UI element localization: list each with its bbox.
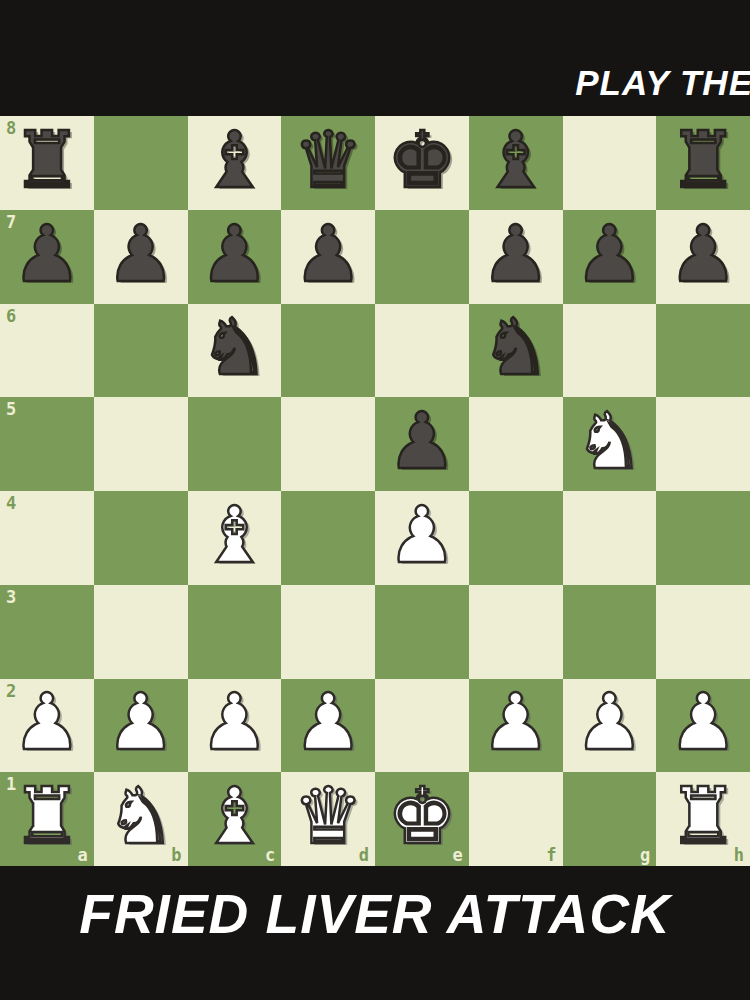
white-knight: ♞: [574, 402, 644, 480]
square-h8[interactable]: ♜: [656, 116, 750, 210]
square-c8[interactable]: ♝: [188, 116, 282, 210]
square-f7[interactable]: ♟: [469, 210, 563, 304]
file-label-g: g: [640, 847, 650, 864]
white-king: ♚: [387, 777, 457, 855]
square-d1[interactable]: d♛: [281, 772, 375, 866]
header-title: PLAY THE: [575, 63, 750, 116]
square-f2[interactable]: ♟: [469, 679, 563, 773]
rank-label-5: 5: [6, 401, 16, 418]
square-f1[interactable]: f: [469, 772, 563, 866]
black-knight: ♞: [481, 308, 551, 386]
square-b4[interactable]: [94, 491, 188, 585]
square-b2[interactable]: ♟: [94, 679, 188, 773]
white-pawn: ♟: [106, 683, 176, 761]
white-queen: ♛: [293, 777, 363, 855]
square-e2[interactable]: [375, 679, 469, 773]
square-a8[interactable]: 8♜: [0, 116, 94, 210]
square-a3[interactable]: 3: [0, 585, 94, 679]
square-c4[interactable]: ♝: [188, 491, 282, 585]
square-d5[interactable]: [281, 397, 375, 491]
rank-label-6: 6: [6, 308, 16, 325]
square-e3[interactable]: [375, 585, 469, 679]
white-pawn: ♟: [387, 496, 457, 574]
white-pawn: ♟: [12, 683, 82, 761]
square-f5[interactable]: [469, 397, 563, 491]
square-b8[interactable]: [94, 116, 188, 210]
white-rook: ♜: [12, 777, 82, 855]
white-knight: ♞: [106, 777, 176, 855]
black-rook: ♜: [668, 121, 738, 199]
black-pawn: ♟: [481, 215, 551, 293]
black-pawn: ♟: [387, 402, 457, 480]
square-f3[interactable]: [469, 585, 563, 679]
square-g8[interactable]: [563, 116, 657, 210]
square-b1[interactable]: b♞: [94, 772, 188, 866]
square-h5[interactable]: [656, 397, 750, 491]
square-c7[interactable]: ♟: [188, 210, 282, 304]
white-bishop: ♝: [199, 496, 269, 574]
square-g1[interactable]: g: [563, 772, 657, 866]
square-e5[interactable]: ♟: [375, 397, 469, 491]
square-c5[interactable]: [188, 397, 282, 491]
square-g3[interactable]: [563, 585, 657, 679]
header: PLAY THE: [0, 0, 750, 116]
square-d7[interactable]: ♟: [281, 210, 375, 304]
square-d3[interactable]: [281, 585, 375, 679]
square-a6[interactable]: 6: [0, 304, 94, 398]
black-knight: ♞: [199, 308, 269, 386]
square-g2[interactable]: ♟: [563, 679, 657, 773]
black-pawn: ♟: [293, 215, 363, 293]
white-pawn: ♟: [199, 683, 269, 761]
black-queen: ♛: [293, 121, 363, 199]
black-king: ♚: [387, 121, 457, 199]
black-bishop: ♝: [199, 121, 269, 199]
square-b3[interactable]: [94, 585, 188, 679]
square-h2[interactable]: ♟: [656, 679, 750, 773]
square-h3[interactable]: [656, 585, 750, 679]
square-c6[interactable]: ♞: [188, 304, 282, 398]
square-f4[interactable]: [469, 491, 563, 585]
black-pawn: ♟: [574, 215, 644, 293]
white-pawn: ♟: [574, 683, 644, 761]
white-pawn: ♟: [293, 683, 363, 761]
white-bishop: ♝: [199, 777, 269, 855]
square-d8[interactable]: ♛: [281, 116, 375, 210]
black-pawn: ♟: [106, 215, 176, 293]
square-f6[interactable]: ♞: [469, 304, 563, 398]
square-b6[interactable]: [94, 304, 188, 398]
white-rook: ♜: [668, 777, 738, 855]
square-g7[interactable]: ♟: [563, 210, 657, 304]
black-bishop: ♝: [481, 121, 551, 199]
square-b7[interactable]: ♟: [94, 210, 188, 304]
square-c3[interactable]: [188, 585, 282, 679]
square-a7[interactable]: 7♟: [0, 210, 94, 304]
white-pawn: ♟: [668, 683, 738, 761]
black-pawn: ♟: [12, 215, 82, 293]
white-pawn: ♟: [481, 683, 551, 761]
chess-board: 8♜♝♛♚♝♜7♟♟♟♟♟♟♟6♞♞5♟♞4♝♟32♟♟♟♟♟♟♟1a♜b♞c♝…: [0, 116, 750, 866]
square-a5[interactable]: 5: [0, 397, 94, 491]
black-rook: ♜: [12, 121, 82, 199]
file-label-f: f: [546, 847, 556, 864]
square-e8[interactable]: ♚: [375, 116, 469, 210]
square-f8[interactable]: ♝: [469, 116, 563, 210]
square-h4[interactable]: [656, 491, 750, 585]
square-h6[interactable]: [656, 304, 750, 398]
square-d6[interactable]: [281, 304, 375, 398]
square-a2[interactable]: 2♟: [0, 679, 94, 773]
footer: FRIED LIVER ATTACK: [0, 866, 750, 1000]
square-g6[interactable]: [563, 304, 657, 398]
square-e7[interactable]: [375, 210, 469, 304]
square-h1[interactable]: h♜: [656, 772, 750, 866]
square-d4[interactable]: [281, 491, 375, 585]
square-g5[interactable]: ♞: [563, 397, 657, 491]
black-pawn: ♟: [199, 215, 269, 293]
square-d2[interactable]: ♟: [281, 679, 375, 773]
tshirt-design: PLAY THE 8♜♝♛♚♝♜7♟♟♟♟♟♟♟6♞♞5♟♞4♝♟32♟♟♟♟♟…: [0, 0, 750, 1000]
square-b5[interactable]: [94, 397, 188, 491]
square-h7[interactable]: ♟: [656, 210, 750, 304]
square-e1[interactable]: e♚: [375, 772, 469, 866]
footer-title: FRIED LIVER ATTACK: [79, 866, 670, 946]
square-e4[interactable]: ♟: [375, 491, 469, 585]
square-e6[interactable]: [375, 304, 469, 398]
square-g4[interactable]: [563, 491, 657, 585]
square-c1[interactable]: c♝: [188, 772, 282, 866]
square-a1[interactable]: 1a♜: [0, 772, 94, 866]
rank-label-4: 4: [6, 495, 16, 512]
square-a4[interactable]: 4: [0, 491, 94, 585]
square-c2[interactable]: ♟: [188, 679, 282, 773]
rank-label-3: 3: [6, 589, 16, 606]
black-pawn: ♟: [668, 215, 738, 293]
